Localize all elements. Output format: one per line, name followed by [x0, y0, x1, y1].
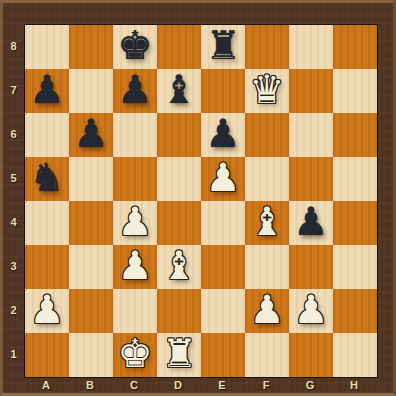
square-g1[interactable]: [289, 333, 333, 377]
file-label-a: A: [24, 377, 68, 395]
square-f2[interactable]: ♟: [245, 289, 289, 333]
square-h8[interactable]: [333, 25, 377, 69]
square-h6[interactable]: [333, 113, 377, 157]
square-d2[interactable]: [157, 289, 201, 333]
square-g2[interactable]: ♟: [289, 289, 333, 333]
square-a2[interactable]: ♟: [25, 289, 69, 333]
square-e7[interactable]: [201, 69, 245, 113]
file-label-d: D: [156, 377, 200, 395]
square-h3[interactable]: [333, 245, 377, 289]
square-d8[interactable]: [157, 25, 201, 69]
square-e6[interactable]: ♟: [201, 113, 245, 157]
square-c2[interactable]: [113, 289, 157, 333]
square-h1[interactable]: [333, 333, 377, 377]
square-e5[interactable]: ♟: [201, 157, 245, 201]
black-pawn[interactable]: ♟: [118, 68, 153, 112]
rank-label-1: 1: [3, 332, 24, 376]
square-a3[interactable]: [25, 245, 69, 289]
square-a5[interactable]: ♞: [25, 157, 69, 201]
square-f3[interactable]: [245, 245, 289, 289]
white-pawn[interactable]: ♟: [294, 288, 329, 332]
white-pawn[interactable]: ♟: [118, 244, 153, 288]
square-a7[interactable]: ♟: [25, 69, 69, 113]
rank-label-6: 6: [3, 112, 24, 156]
white-rook[interactable]: ♜: [162, 332, 197, 376]
file-label-b: B: [68, 377, 112, 395]
file-labels: ABCDEFGH: [24, 377, 376, 395]
square-b3[interactable]: [69, 245, 113, 289]
rank-label-4: 4: [3, 200, 24, 244]
square-b5[interactable]: [69, 157, 113, 201]
black-king[interactable]: ♚: [118, 24, 153, 68]
white-pawn[interactable]: ♟: [30, 288, 65, 332]
square-b4[interactable]: [69, 201, 113, 245]
white-queen[interactable]: ♛: [250, 68, 285, 112]
square-f6[interactable]: [245, 113, 289, 157]
file-label-e: E: [200, 377, 244, 395]
black-pawn[interactable]: ♟: [30, 68, 65, 112]
rank-labels: 87654321: [3, 24, 24, 376]
square-d3[interactable]: ♝: [157, 245, 201, 289]
square-f4[interactable]: ♝: [245, 201, 289, 245]
square-g4[interactable]: ♟: [289, 201, 333, 245]
square-e3[interactable]: [201, 245, 245, 289]
square-f8[interactable]: [245, 25, 289, 69]
file-label-c: C: [112, 377, 156, 395]
white-pawn[interactable]: ♟: [118, 200, 153, 244]
square-h2[interactable]: [333, 289, 377, 333]
white-bishop[interactable]: ♝: [250, 200, 285, 244]
black-knight[interactable]: ♞: [30, 156, 65, 200]
square-g7[interactable]: [289, 69, 333, 113]
square-b8[interactable]: [69, 25, 113, 69]
black-rook[interactable]: ♜: [206, 24, 241, 68]
square-g5[interactable]: [289, 157, 333, 201]
square-g6[interactable]: [289, 113, 333, 157]
square-d5[interactable]: [157, 157, 201, 201]
square-b2[interactable]: [69, 289, 113, 333]
square-c3[interactable]: ♟: [113, 245, 157, 289]
white-king[interactable]: ♚: [118, 332, 153, 376]
square-a4[interactable]: [25, 201, 69, 245]
square-h5[interactable]: [333, 157, 377, 201]
square-e2[interactable]: [201, 289, 245, 333]
square-f1[interactable]: [245, 333, 289, 377]
square-f7[interactable]: ♛: [245, 69, 289, 113]
square-e4[interactable]: [201, 201, 245, 245]
black-bishop[interactable]: ♝: [162, 68, 197, 112]
file-label-g: G: [288, 377, 332, 395]
white-bishop[interactable]: ♝: [162, 244, 197, 288]
square-g3[interactable]: [289, 245, 333, 289]
file-label-f: F: [244, 377, 288, 395]
square-e1[interactable]: [201, 333, 245, 377]
square-f5[interactable]: [245, 157, 289, 201]
rank-label-8: 8: [3, 24, 24, 68]
square-d7[interactable]: ♝: [157, 69, 201, 113]
square-b1[interactable]: [69, 333, 113, 377]
square-c5[interactable]: [113, 157, 157, 201]
square-a8[interactable]: [25, 25, 69, 69]
file-label-h: H: [332, 377, 376, 395]
black-pawn[interactable]: ♟: [206, 112, 241, 156]
white-pawn[interactable]: ♟: [250, 288, 285, 332]
square-c4[interactable]: ♟: [113, 201, 157, 245]
square-e8[interactable]: ♜: [201, 25, 245, 69]
square-d4[interactable]: [157, 201, 201, 245]
square-d6[interactable]: [157, 113, 201, 157]
board-frame: 87654321 ABCDEFGH ♚♜♟♟♝♛♟♟♞♟♟♝♟♟♝♟♟♟♚♜: [0, 0, 396, 396]
square-g8[interactable]: [289, 25, 333, 69]
square-b6[interactable]: ♟: [69, 113, 113, 157]
square-c1[interactable]: ♚: [113, 333, 157, 377]
black-pawn[interactable]: ♟: [294, 200, 329, 244]
chess-board[interactable]: ♚♜♟♟♝♛♟♟♞♟♟♝♟♟♝♟♟♟♚♜: [24, 24, 378, 378]
white-pawn[interactable]: ♟: [206, 156, 241, 200]
square-c7[interactable]: ♟: [113, 69, 157, 113]
square-a1[interactable]: [25, 333, 69, 377]
square-c8[interactable]: ♚: [113, 25, 157, 69]
rank-label-7: 7: [3, 68, 24, 112]
black-pawn[interactable]: ♟: [74, 112, 109, 156]
square-b7[interactable]: [69, 69, 113, 113]
square-d1[interactable]: ♜: [157, 333, 201, 377]
rank-label-5: 5: [3, 156, 24, 200]
rank-label-3: 3: [3, 244, 24, 288]
square-a6[interactable]: [25, 113, 69, 157]
rank-label-2: 2: [3, 288, 24, 332]
square-h4[interactable]: [333, 201, 377, 245]
square-c6[interactable]: [113, 113, 157, 157]
square-h7[interactable]: [333, 69, 377, 113]
